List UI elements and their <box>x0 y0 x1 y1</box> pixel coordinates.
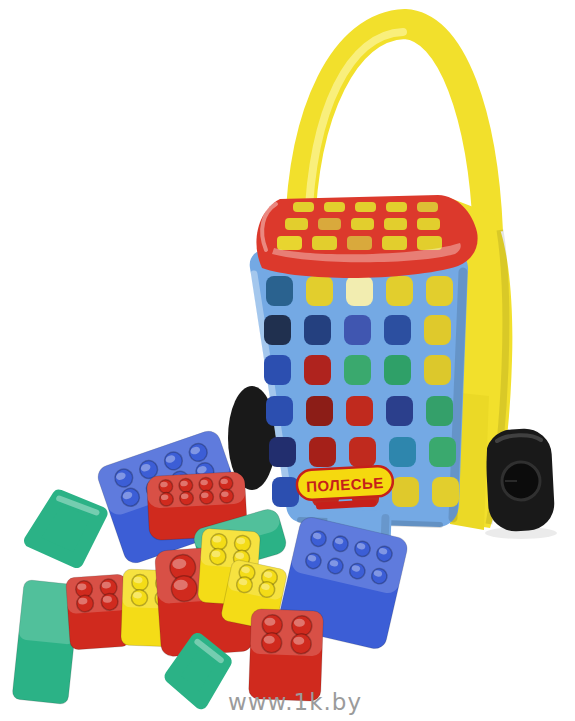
basket-hole <box>392 477 419 507</box>
lid-hole <box>382 236 407 250</box>
lid-hole <box>351 218 374 230</box>
lid-hole <box>293 202 314 212</box>
lid-hole <box>386 202 407 212</box>
lid-hole <box>285 218 308 230</box>
lid-hole <box>318 218 341 230</box>
lid-hole <box>347 236 372 250</box>
basket-hole <box>384 315 411 345</box>
toy-block-red-brick-2x2 <box>248 609 323 701</box>
basket-hole <box>309 437 336 467</box>
basket-hole <box>266 396 293 426</box>
basket-hole <box>429 437 456 467</box>
lid-hole <box>384 218 407 230</box>
lid-hole <box>324 202 345 212</box>
basket-hole <box>304 355 331 385</box>
basket-hole <box>264 315 291 345</box>
product-photo: ПОЛЕСЬЕ www.1k.by <box>0 0 575 721</box>
basket-hole <box>349 437 376 467</box>
block-top-face <box>66 574 128 614</box>
lid-lattice-holes <box>277 202 442 250</box>
basket-hole <box>426 396 453 426</box>
lid-hole <box>277 236 302 250</box>
toy-trolley-scene: ПОЛЕСЬЕ www.1k.by <box>0 0 575 721</box>
basket-hole <box>269 437 296 467</box>
lid-hole <box>417 236 442 250</box>
watermark-text: www.1k.by <box>228 689 362 715</box>
basket-hole <box>346 276 373 306</box>
basket-hole <box>384 355 411 385</box>
basket-hole <box>426 276 453 306</box>
basket-hole <box>386 396 413 426</box>
wheel-right <box>484 427 557 539</box>
basket-hole <box>424 315 451 345</box>
basket-hole <box>266 276 293 306</box>
basket-hole <box>306 276 333 306</box>
basket-hole <box>346 396 373 426</box>
lid-hole <box>355 202 376 212</box>
basket-hole <box>306 396 333 426</box>
cart-lid <box>256 195 477 278</box>
basket-hole <box>424 355 451 385</box>
lid-hole <box>417 218 440 230</box>
basket-hole <box>386 276 413 306</box>
basket-hole <box>304 315 331 345</box>
basket-hole <box>344 315 371 345</box>
lid-hole <box>417 202 438 212</box>
basket-hole <box>389 437 416 467</box>
lid-hole <box>312 236 337 250</box>
block-top-face <box>250 609 324 656</box>
basket-hole <box>344 355 371 385</box>
basket-hole <box>272 477 299 507</box>
basket-hole <box>264 355 291 385</box>
basket-hole <box>432 477 459 507</box>
